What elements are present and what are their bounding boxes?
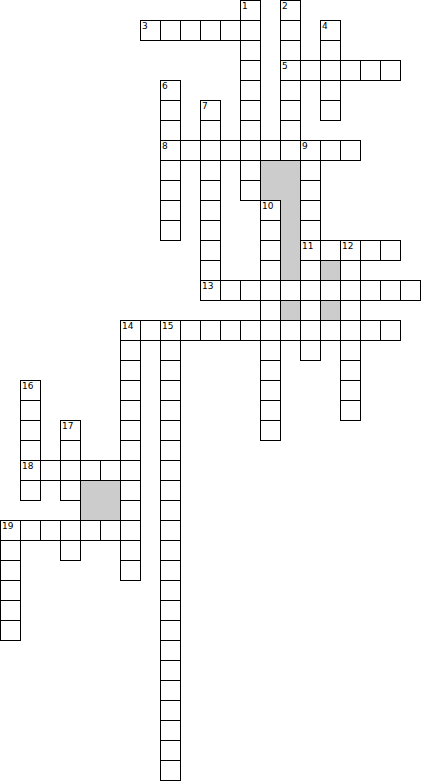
cell-r8-c10[interactable]	[200, 160, 221, 181]
cell-r7-c11[interactable]	[220, 140, 241, 161]
cell-r23-c8[interactable]	[160, 460, 181, 481]
cell-r23-c1[interactable]: 18	[20, 460, 41, 481]
clue-number: 6	[162, 81, 168, 91]
cell-r20-c6[interactable]	[120, 400, 141, 421]
cell-r20-c13[interactable]	[260, 400, 281, 421]
cell-r27-c6[interactable]	[120, 540, 141, 561]
cell-r24-c3[interactable]	[60, 480, 81, 501]
cell-r0-c12[interactable]: 1	[240, 0, 261, 21]
cell-r4-c12[interactable]	[240, 80, 261, 101]
cell-r15-c13[interactable]	[260, 300, 281, 321]
clue-number: 12	[342, 241, 353, 251]
clue-number: 13	[202, 281, 213, 291]
clue-number: 5	[282, 61, 288, 71]
cell-r15-c17[interactable]	[340, 300, 361, 321]
cell-r30-c0[interactable]	[0, 600, 21, 621]
cell-r8-c8[interactable]	[160, 160, 181, 181]
cell-r26-c3[interactable]	[60, 520, 81, 541]
crossword-board: 12345678910111213141516171819	[0, 0, 421, 781]
cell-r21-c13[interactable]	[260, 420, 281, 441]
cell-r14-c20[interactable]	[400, 280, 421, 301]
cell-r16-c14[interactable]	[280, 320, 301, 341]
cell-r12-c16[interactable]	[320, 240, 341, 261]
cell-r30-c8[interactable]	[160, 600, 181, 621]
cell-r6-c14[interactable]	[280, 120, 301, 141]
blocked-region	[320, 260, 341, 281]
cell-r20-c1[interactable]	[20, 400, 41, 421]
cell-r8-c12[interactable]	[240, 160, 261, 181]
cell-r16-c9[interactable]	[180, 320, 201, 341]
cell-r7-c10[interactable]	[200, 140, 221, 161]
clue-number: 4	[322, 21, 328, 31]
cell-r22-c6[interactable]	[120, 440, 141, 461]
cell-r26-c0[interactable]: 19	[0, 520, 21, 541]
cell-r2-c12[interactable]	[240, 40, 261, 61]
cell-r10-c8[interactable]	[160, 200, 181, 221]
clue-number: 8	[162, 141, 168, 151]
cell-r14-c12[interactable]	[240, 280, 261, 301]
cell-r16-c15[interactable]	[300, 320, 321, 341]
cell-r11-c8[interactable]	[160, 220, 181, 241]
clue-number: 18	[22, 461, 33, 471]
cell-r36-c8[interactable]	[160, 720, 181, 741]
cell-r7-c17[interactable]	[340, 140, 361, 161]
cell-r32-c8[interactable]	[160, 640, 181, 661]
cell-r26-c1[interactable]	[20, 520, 41, 541]
cell-r7-c8[interactable]: 8	[160, 140, 181, 161]
cell-r1-c11[interactable]	[220, 20, 241, 41]
blocked-region	[280, 300, 301, 321]
cell-r4-c16[interactable]	[320, 80, 341, 101]
cell-r34-c8[interactable]	[160, 680, 181, 701]
cell-r24-c8[interactable]	[160, 480, 181, 501]
cell-r23-c4[interactable]	[80, 460, 101, 481]
cell-r12-c19[interactable]	[380, 240, 401, 261]
cell-r1-c8[interactable]	[160, 20, 181, 41]
cell-r7-c12[interactable]	[240, 140, 261, 161]
clue-number: 14	[122, 321, 133, 331]
cell-r5-c10[interactable]: 7	[200, 100, 221, 121]
cell-r23-c5[interactable]	[100, 460, 121, 481]
cell-r19-c6[interactable]	[120, 380, 141, 401]
clue-number: 9	[302, 141, 308, 151]
cell-r9-c15[interactable]	[300, 180, 321, 201]
cell-r28-c0[interactable]	[0, 560, 21, 581]
clue-number: 3	[142, 21, 148, 31]
cell-r3-c18[interactable]	[360, 60, 381, 81]
cell-r4-c14[interactable]	[280, 80, 301, 101]
cell-r1-c14[interactable]	[280, 20, 301, 41]
cell-r16-c12[interactable]	[240, 320, 261, 341]
cell-r25-c6[interactable]	[120, 500, 141, 521]
cell-r7-c13[interactable]	[260, 140, 281, 161]
cell-r18-c6[interactable]	[120, 360, 141, 381]
cell-r1-c12[interactable]	[240, 20, 261, 41]
cell-r5-c12[interactable]	[240, 100, 261, 121]
cell-r14-c14[interactable]	[280, 280, 301, 301]
cell-r38-c8[interactable]	[160, 760, 181, 781]
cell-r10-c13[interactable]: 10	[260, 200, 281, 221]
cell-r21-c8[interactable]	[160, 420, 181, 441]
cell-r26-c6[interactable]	[120, 520, 141, 541]
cell-r18-c17[interactable]	[340, 360, 361, 381]
cell-r6-c10[interactable]	[200, 120, 221, 141]
cell-r33-c8[interactable]	[160, 660, 181, 681]
cell-r3-c12[interactable]	[240, 60, 261, 81]
cell-r27-c3[interactable]	[60, 540, 81, 561]
cell-r21-c6[interactable]	[120, 420, 141, 441]
cell-r23-c2[interactable]	[40, 460, 61, 481]
cell-r1-c10[interactable]	[200, 20, 221, 41]
cell-r3-c16[interactable]	[320, 60, 341, 81]
cell-r27-c8[interactable]	[160, 540, 181, 561]
cell-r3-c19[interactable]	[380, 60, 401, 81]
clue-number: 1	[242, 1, 248, 11]
cell-r22-c8[interactable]	[160, 440, 181, 461]
cell-r13-c15[interactable]	[300, 260, 321, 281]
cell-r19-c13[interactable]	[260, 380, 281, 401]
cell-r12-c18[interactable]	[360, 240, 381, 261]
cell-r17-c6[interactable]	[120, 340, 141, 361]
cell-r21-c3[interactable]: 17	[60, 420, 81, 441]
cell-r22-c3[interactable]	[60, 440, 81, 461]
cell-r10-c15[interactable]	[300, 200, 321, 221]
cell-r14-c18[interactable]	[360, 280, 381, 301]
cell-r17-c15[interactable]	[300, 340, 321, 361]
clue-number: 10	[262, 201, 273, 211]
cell-r11-c15[interactable]	[300, 220, 321, 241]
cell-r12-c17[interactable]: 12	[340, 240, 361, 261]
clue-number: 17	[62, 421, 73, 431]
cell-r14-c16[interactable]	[320, 280, 341, 301]
cell-r28-c8[interactable]	[160, 560, 181, 581]
cell-r13-c17[interactable]	[340, 260, 361, 281]
cell-r16-c8[interactable]: 15	[160, 320, 181, 341]
cell-r29-c8[interactable]	[160, 580, 181, 601]
clue-number: 7	[202, 101, 208, 111]
blocked-region	[260, 160, 301, 201]
cell-r1-c16[interactable]: 4	[320, 20, 341, 41]
cell-r16-c18[interactable]	[360, 320, 381, 341]
cell-r27-c0[interactable]	[0, 540, 21, 561]
cell-r18-c13[interactable]	[260, 360, 281, 381]
cell-r12-c15[interactable]: 11	[300, 240, 321, 261]
cell-r9-c12[interactable]	[240, 180, 261, 201]
cell-r17-c13[interactable]	[260, 340, 281, 361]
clue-number: 15	[162, 321, 173, 331]
cell-r16-c7[interactable]	[140, 320, 161, 341]
cell-r6-c12[interactable]	[240, 120, 261, 141]
cell-r14-c10[interactable]: 13	[200, 280, 221, 301]
cell-r14-c15[interactable]	[300, 280, 321, 301]
cell-r16-c11[interactable]	[220, 320, 241, 341]
cell-r9-c8[interactable]	[160, 180, 181, 201]
cell-r21-c1[interactable]	[20, 420, 41, 441]
cell-r4-c8[interactable]: 6	[160, 80, 181, 101]
blocked-region	[280, 200, 301, 281]
cell-r12-c13[interactable]	[260, 240, 281, 261]
cell-r7-c14[interactable]	[280, 140, 301, 161]
cell-r1-c9[interactable]	[180, 20, 201, 41]
cell-r1-c7[interactable]: 3	[140, 20, 161, 41]
cell-r23-c3[interactable]	[60, 460, 81, 481]
cell-r13-c13[interactable]	[260, 260, 281, 281]
cell-r18-c8[interactable]	[160, 360, 181, 381]
cell-r19-c17[interactable]	[340, 380, 361, 401]
cell-r23-c6[interactable]	[120, 460, 141, 481]
cell-r20-c8[interactable]	[160, 400, 181, 421]
cell-r26-c8[interactable]	[160, 520, 181, 541]
cell-r31-c0[interactable]	[0, 620, 21, 641]
cell-r26-c4[interactable]	[80, 520, 101, 541]
cell-r22-c1[interactable]	[20, 440, 41, 461]
cell-r3-c17[interactable]	[340, 60, 361, 81]
cell-r11-c10[interactable]	[200, 220, 221, 241]
cell-r16-c17[interactable]	[340, 320, 361, 341]
clue-number: 16	[22, 381, 33, 391]
cell-r17-c8[interactable]	[160, 340, 181, 361]
cell-r9-c10[interactable]	[200, 180, 221, 201]
cell-r16-c10[interactable]	[200, 320, 221, 341]
cell-r7-c16[interactable]	[320, 140, 341, 161]
cell-r37-c8[interactable]	[160, 740, 181, 761]
clue-number: 2	[282, 1, 288, 11]
cell-r5-c8[interactable]	[160, 100, 181, 121]
cell-r3-c15[interactable]	[300, 60, 321, 81]
cell-r5-c16[interactable]	[320, 100, 341, 121]
cell-r29-c0[interactable]	[0, 580, 21, 601]
cell-r26-c5[interactable]	[100, 520, 121, 541]
cell-r7-c15[interactable]: 9	[300, 140, 321, 161]
cell-r14-c19[interactable]	[380, 280, 401, 301]
cell-r6-c8[interactable]	[160, 120, 181, 141]
cell-r14-c17[interactable]	[340, 280, 361, 301]
cell-r17-c17[interactable]	[340, 340, 361, 361]
cell-r2-c16[interactable]	[320, 40, 341, 61]
cell-r19-c1[interactable]: 16	[20, 380, 41, 401]
cell-r20-c17[interactable]	[340, 400, 361, 421]
cell-r26-c2[interactable]	[40, 520, 61, 541]
cell-r0-c14[interactable]: 2	[280, 0, 301, 21]
cell-r15-c15[interactable]	[300, 300, 321, 321]
cell-r31-c8[interactable]	[160, 620, 181, 641]
cell-r16-c19[interactable]	[380, 320, 401, 341]
clue-number: 11	[302, 241, 313, 251]
cell-r24-c6[interactable]	[120, 480, 141, 501]
cell-r16-c16[interactable]	[320, 320, 341, 341]
cell-r14-c13[interactable]	[260, 280, 281, 301]
cell-r35-c8[interactable]	[160, 700, 181, 721]
cell-r13-c10[interactable]	[200, 260, 221, 281]
cell-r10-c10[interactable]	[200, 200, 221, 221]
cell-r28-c6[interactable]	[120, 560, 141, 581]
cell-r16-c13[interactable]	[260, 320, 281, 341]
blocked-region	[320, 300, 341, 321]
cell-r19-c8[interactable]	[160, 380, 181, 401]
cell-r3-c14[interactable]: 5	[280, 60, 301, 81]
cell-r24-c1[interactable]	[20, 480, 41, 501]
cell-r12-c10[interactable]	[200, 240, 221, 261]
clue-number: 19	[2, 521, 13, 531]
cell-r11-c13[interactable]	[260, 220, 281, 241]
cell-r16-c6[interactable]: 14	[120, 320, 141, 341]
cell-r14-c11[interactable]	[220, 280, 241, 301]
cell-r8-c15[interactable]	[300, 160, 321, 181]
cell-r2-c14[interactable]	[280, 40, 301, 61]
cell-r5-c14[interactable]	[280, 100, 301, 121]
cell-r25-c8[interactable]	[160, 500, 181, 521]
cell-r7-c9[interactable]	[180, 140, 201, 161]
blocked-region	[80, 480, 121, 521]
